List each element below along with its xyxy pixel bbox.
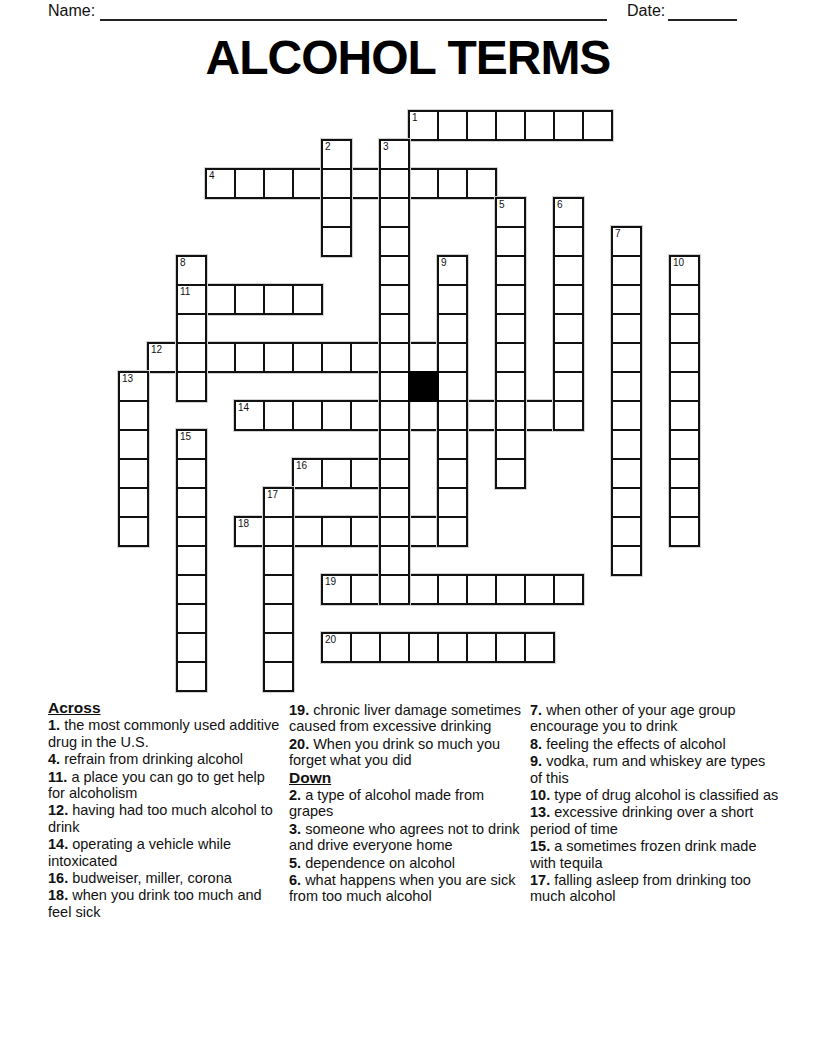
cell-r6-c15[interactable] [553, 284, 584, 315]
clue-number-5: 5 [499, 199, 505, 210]
cell-r10-c10[interactable] [408, 400, 439, 431]
cell-r18-c10[interactable] [408, 632, 439, 663]
cell-r16-c2[interactable] [176, 574, 207, 605]
cell-r10-c17[interactable] [611, 400, 642, 431]
cell-r2-c11[interactable] [437, 168, 468, 199]
cell-r10-c4[interactable]: 14 [234, 400, 265, 431]
cell-r5-c2[interactable]: 8 [176, 255, 207, 286]
clue-down-7: 7. when other of your age group encourag… [530, 702, 780, 735]
down-heading: Down [289, 770, 525, 786]
cell-r18-c14[interactable] [524, 632, 555, 663]
cell-r6-c11[interactable] [437, 284, 468, 315]
clue-down-10: 10. type of drug alcohol is classified a… [530, 787, 780, 803]
cell-r0-c13[interactable] [495, 110, 526, 141]
clue-number-4: 4 [209, 170, 215, 181]
cell-r12-c7[interactable] [321, 458, 352, 489]
cell-r8-c9[interactable] [379, 342, 410, 373]
cell-r18-c5[interactable] [263, 632, 294, 663]
cell-r10-c6[interactable] [292, 400, 323, 431]
cell-r9-c2[interactable] [176, 371, 207, 402]
clue-number-16: 16 [296, 460, 307, 471]
cell-r11-c11[interactable] [437, 429, 468, 460]
cell-r8-c3[interactable] [205, 342, 236, 373]
cell-r8-c8[interactable] [350, 342, 381, 373]
cell-r5-c13[interactable] [495, 255, 526, 286]
cell-r13-c0[interactable] [118, 487, 149, 518]
cell-r9-c13[interactable] [495, 371, 526, 402]
clue-column-1: Across1. the most commonly used additive… [48, 700, 285, 921]
13-down-word: 13 [118, 371, 149, 547]
cell-r9-c0[interactable]: 13 [118, 371, 149, 402]
cell-r10-c15[interactable] [553, 400, 584, 431]
clue-down-5: 5. dependence on alcohol [289, 855, 525, 871]
cell-r18-c2[interactable] [176, 632, 207, 663]
clue-number-14: 14 [238, 402, 249, 413]
clue-number-17: 17 [267, 489, 278, 500]
cell-r18-c8[interactable] [350, 632, 381, 663]
cell-r14-c8[interactable] [350, 516, 381, 547]
clue-number-18: 18 [238, 518, 249, 529]
cell-r17-c2[interactable] [176, 603, 207, 634]
cell-r5-c9[interactable] [379, 255, 410, 286]
cell-r4-c15[interactable] [553, 226, 584, 257]
cell-r8-c13[interactable] [495, 342, 526, 373]
cell-r8-c17[interactable] [611, 342, 642, 373]
clue-number-3: 3 [383, 141, 389, 152]
3-down-word: 3 [379, 139, 410, 605]
cell-r0-c16[interactable] [582, 110, 613, 141]
cell-r14-c0[interactable] [118, 516, 149, 547]
cell-r14-c2[interactable] [176, 516, 207, 547]
clue-down-9: 9. vodka, rum and whiskey are types of t… [530, 753, 780, 786]
cell-r0-c14[interactable] [524, 110, 555, 141]
cell-r8-c4[interactable] [234, 342, 265, 373]
clue-across-14: 14. operating a vehicle while intoxicate… [48, 836, 285, 869]
clue-number-15: 15 [180, 431, 191, 442]
19-across-word: 19 [321, 574, 584, 605]
clue-number-9: 9 [441, 257, 447, 268]
clue-down-6: 6. what happens when you are sick from t… [289, 872, 525, 905]
cell-r12-c8[interactable] [350, 458, 381, 489]
cell-r8-c15[interactable] [553, 342, 584, 373]
cell-r10-c11[interactable] [437, 400, 468, 431]
cell-r13-c9[interactable] [379, 487, 410, 518]
cell-r6-c9[interactable] [379, 284, 410, 315]
clue-across-1: 1. the most commonly used additive drug … [48, 717, 285, 750]
cell-r14-c10[interactable] [408, 516, 439, 547]
cell-r11-c17[interactable] [611, 429, 642, 460]
cell-r8-c19[interactable] [669, 342, 700, 373]
cell-r19-c5[interactable] [263, 661, 294, 692]
cell-r8-c2[interactable] [176, 342, 207, 373]
cell-r12-c11[interactable] [437, 458, 468, 489]
puzzle-title: ALCOHOL TERMS [0, 30, 816, 85]
cell-r17-c5[interactable] [263, 603, 294, 634]
clue-number-13: 13 [122, 373, 133, 384]
clue-number-19: 19 [325, 576, 336, 587]
cell-r2-c9[interactable] [379, 168, 410, 199]
name-label: Name: [48, 2, 95, 20]
cell-r10-c19[interactable] [669, 400, 700, 431]
cell-r0-c15[interactable] [553, 110, 584, 141]
cell-r10-c5[interactable] [263, 400, 294, 431]
clue-down-15: 15. a sometimes frozen drink made with t… [530, 838, 780, 871]
cell-r12-c13[interactable] [495, 458, 526, 489]
6-down-word: 6 [553, 197, 584, 431]
cell-r15-c5[interactable] [263, 545, 294, 576]
cell-r11-c13[interactable] [495, 429, 526, 460]
clue-number-8: 8 [180, 257, 186, 268]
cell-r13-c17[interactable] [611, 487, 642, 518]
cell-r8-c5[interactable] [263, 342, 294, 373]
clue-number-7: 7 [615, 228, 621, 239]
crossword-grid: 1411121416181920235678910131517 [118, 110, 778, 710]
cell-r14-c17[interactable] [611, 516, 642, 547]
cell-r13-c2[interactable] [176, 487, 207, 518]
cell-r4-c17[interactable]: 7 [611, 226, 642, 257]
cell-r9-c9[interactable] [379, 371, 410, 402]
cell-r10-c7[interactable] [321, 400, 352, 431]
cell-r16-c10[interactable] [408, 574, 439, 605]
8-down-word: 8 [176, 255, 207, 402]
cell-r11-c2[interactable]: 15 [176, 429, 207, 460]
cell-r0-c12[interactable] [466, 110, 497, 141]
cell-r16-c13[interactable] [495, 574, 526, 605]
cell-r14-c6[interactable] [292, 516, 323, 547]
20-across-word: 20 [321, 632, 555, 663]
cell-r14-c19[interactable] [669, 516, 700, 547]
across-heading: Across [48, 700, 285, 716]
clue-across-12: 12. having had too much alcohol to drink [48, 802, 285, 835]
cell-r9-c15[interactable] [553, 371, 584, 402]
cell-r7-c9[interactable] [379, 313, 410, 344]
cell-r0-c10[interactable]: 1 [408, 110, 439, 141]
black-cell-r9-c10 [408, 371, 439, 402]
cell-r16-c12[interactable] [466, 574, 497, 605]
cell-r5-c11[interactable]: 9 [437, 255, 468, 286]
cell-r12-c9[interactable] [379, 458, 410, 489]
cell-r18-c7[interactable]: 20 [321, 632, 352, 663]
cell-r4-c9[interactable] [379, 226, 410, 257]
cell-r13-c19[interactable] [669, 487, 700, 518]
cell-r7-c15[interactable] [553, 313, 584, 344]
clue-across-4: 4. refrain from drinking alcohol [48, 751, 285, 767]
cell-r8-c7[interactable] [321, 342, 352, 373]
cell-r2-c8[interactable] [350, 168, 381, 199]
17-down-word: 17 [263, 487, 294, 692]
cell-r15-c9[interactable] [379, 545, 410, 576]
cell-r12-c19[interactable] [669, 458, 700, 489]
cell-r6-c13[interactable] [495, 284, 526, 315]
clue-number-1: 1 [412, 112, 418, 123]
cell-r6-c3[interactable] [205, 284, 236, 315]
cell-r10-c13[interactable] [495, 400, 526, 431]
clue-across-20: 20. When you drink so much you forget wh… [289, 736, 525, 769]
cell-r16-c8[interactable] [350, 574, 381, 605]
cell-r11-c9[interactable] [379, 429, 410, 460]
cell-r16-c15[interactable] [553, 574, 584, 605]
cell-r14-c9[interactable] [379, 516, 410, 547]
cell-r14-c5[interactable] [263, 516, 294, 547]
clue-down-3: 3. someone who agrees not to drink and d… [289, 821, 525, 854]
cell-r9-c19[interactable] [669, 371, 700, 402]
cell-r4-c13[interactable] [495, 226, 526, 257]
cell-r12-c2[interactable] [176, 458, 207, 489]
clue-number-12: 12 [151, 344, 162, 355]
cell-r12-c17[interactable] [611, 458, 642, 489]
cell-r14-c7[interactable] [321, 516, 352, 547]
clue-across-19: 19. chronic liver damage sometimes cause… [289, 702, 525, 735]
cell-r2-c12[interactable] [466, 168, 497, 199]
date-label: Date: [627, 2, 665, 20]
clue-number-10: 10 [673, 257, 684, 268]
2-down-word: 2 [321, 139, 352, 257]
cell-r14-c11[interactable] [437, 516, 468, 547]
cell-r13-c11[interactable] [437, 487, 468, 518]
clue-number-2: 2 [325, 141, 331, 152]
1-across-word: 1 [408, 110, 613, 141]
cell-r18-c12[interactable] [466, 632, 497, 663]
cell-r10-c0[interactable] [118, 400, 149, 431]
cell-r10-c9[interactable] [379, 400, 410, 431]
9-down-word: 9 [437, 255, 468, 547]
cell-r1-c7[interactable]: 2 [321, 139, 352, 170]
clue-number-11: 11 [180, 286, 190, 297]
cell-r5-c17[interactable] [611, 255, 642, 286]
cell-r16-c14[interactable] [524, 574, 555, 605]
cell-r7-c19[interactable] [669, 313, 700, 344]
worksheet-page: Name: Date: ALCOHOL TERMS 14111214161819… [0, 0, 816, 1056]
cell-r5-c19[interactable]: 10 [669, 255, 700, 286]
cell-r5-c15[interactable] [553, 255, 584, 286]
clue-across-18: 18. when you drink too much and feel sic… [48, 887, 285, 920]
cell-r14-c4[interactable]: 18 [234, 516, 265, 547]
10-down-word: 10 [669, 255, 700, 547]
cell-r2-c3[interactable]: 4 [205, 168, 236, 199]
cell-r18-c9[interactable] [379, 632, 410, 663]
cell-r6-c6[interactable] [292, 284, 323, 315]
cell-r6-c5[interactable] [263, 284, 294, 315]
cell-r10-c14[interactable] [524, 400, 555, 431]
cell-r16-c11[interactable] [437, 574, 468, 605]
clue-across-11: 11. a place you can go to get help for a… [48, 769, 285, 802]
clue-column-2: 19. chronic liver damage sometimes cause… [289, 702, 525, 906]
clue-number-20: 20 [325, 634, 336, 645]
cell-r1-c9[interactable]: 3 [379, 139, 410, 170]
cell-r16-c5[interactable] [263, 574, 294, 605]
date-blank-line [668, 19, 737, 21]
cell-r3-c13[interactable]: 5 [495, 197, 526, 228]
7-down-word: 7 [611, 226, 642, 576]
cell-r18-c11[interactable] [437, 632, 468, 663]
cell-r4-c7[interactable] [321, 226, 352, 257]
clue-number-6: 6 [557, 199, 563, 210]
cell-r2-c4[interactable] [234, 168, 265, 199]
5-down-word: 5 [495, 197, 526, 489]
cell-r3-c15[interactable]: 6 [553, 197, 584, 228]
15-down-word: 15 [176, 429, 207, 692]
clue-down-2: 2. a type of alcohol made from grapes [289, 787, 525, 820]
cell-r11-c0[interactable] [118, 429, 149, 460]
cell-r6-c4[interactable] [234, 284, 265, 315]
cell-r7-c11[interactable] [437, 313, 468, 344]
cell-r8-c11[interactable] [437, 342, 468, 373]
cell-r19-c2[interactable] [176, 661, 207, 692]
cell-r7-c17[interactable] [611, 313, 642, 344]
cell-r8-c6[interactable] [292, 342, 323, 373]
cell-r2-c10[interactable] [408, 168, 439, 199]
clue-down-13: 13. excessive drinking over a short peri… [530, 804, 780, 837]
cell-r2-c7[interactable] [321, 168, 352, 199]
cell-r16-c7[interactable]: 19 [321, 574, 352, 605]
cell-r6-c17[interactable] [611, 284, 642, 315]
cell-r15-c2[interactable] [176, 545, 207, 576]
cell-r6-c19[interactable] [669, 284, 700, 315]
cell-r9-c11[interactable] [437, 371, 468, 402]
cell-r10-c8[interactable] [350, 400, 381, 431]
cell-r16-c9[interactable] [379, 574, 410, 605]
cell-r3-c9[interactable] [379, 197, 410, 228]
clue-down-8: 8. feeling the effects of alcohol [530, 736, 780, 752]
cell-r8-c10[interactable] [408, 342, 439, 373]
cell-r13-c5[interactable]: 17 [263, 487, 294, 518]
cell-r7-c13[interactable] [495, 313, 526, 344]
cell-r11-c19[interactable] [669, 429, 700, 460]
cell-r8-c1[interactable]: 12 [147, 342, 178, 373]
cell-r2-c5[interactable] [263, 168, 294, 199]
cell-r15-c17[interactable] [611, 545, 642, 576]
clue-across-16: 16. budweiser, miller, corona [48, 870, 285, 886]
cell-r12-c0[interactable] [118, 458, 149, 489]
cell-r12-c6[interactable]: 16 [292, 458, 323, 489]
clue-column-3: 7. when other of your age group encourag… [530, 702, 780, 906]
cell-r10-c12[interactable] [466, 400, 497, 431]
cell-r0-c11[interactable] [437, 110, 468, 141]
clue-down-17: 17. falling asleep from drinking too muc… [530, 872, 780, 905]
cell-r9-c17[interactable] [611, 371, 642, 402]
cell-r3-c7[interactable] [321, 197, 352, 228]
cell-r7-c2[interactable] [176, 313, 207, 344]
cell-r2-c6[interactable] [292, 168, 323, 199]
name-blank-line [100, 19, 607, 21]
cell-r18-c13[interactable] [495, 632, 526, 663]
